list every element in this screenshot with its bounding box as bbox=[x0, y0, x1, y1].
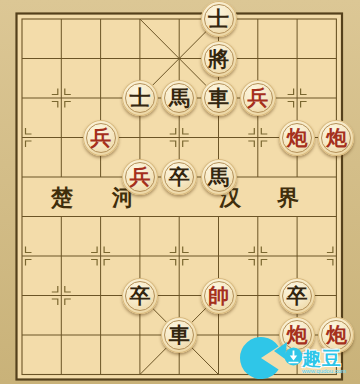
piece-glyph: 馬 bbox=[169, 80, 190, 116]
watermark: 趣豆 www.qudou.com bbox=[233, 329, 360, 384]
piece-black-soldier[interactable]: 卒 bbox=[122, 278, 158, 314]
piece-glyph: 卒 bbox=[287, 278, 308, 314]
piece-glyph: 帥 bbox=[208, 278, 229, 314]
pieces-layer[interactable]: 士將士馬車兵兵炮炮兵卒馬卒帥卒車炮炮 bbox=[2, 0, 356, 384]
piece-red-soldier[interactable]: 兵 bbox=[122, 159, 158, 195]
piece-red-cannon[interactable]: 炮 bbox=[318, 120, 354, 156]
piece-glyph: 將 bbox=[208, 41, 229, 77]
piece-black-advisor[interactable]: 士 bbox=[122, 80, 158, 116]
piece-glyph: 卒 bbox=[169, 159, 190, 195]
piece-red-general[interactable]: 帥 bbox=[201, 278, 237, 314]
xiangqi-board: 楚河 汉界 士將士馬車兵兵炮炮兵卒馬卒帥卒車炮炮 趣豆 www.qudou.co… bbox=[0, 0, 360, 384]
piece-black-soldier[interactable]: 卒 bbox=[161, 159, 197, 195]
piece-glyph: 馬 bbox=[208, 159, 229, 195]
watermark-logo-icon bbox=[233, 329, 305, 384]
piece-red-cannon[interactable]: 炮 bbox=[279, 120, 315, 156]
piece-black-general[interactable]: 將 bbox=[201, 41, 237, 77]
piece-glyph: 兵 bbox=[90, 120, 111, 156]
piece-glyph: 卒 bbox=[129, 278, 150, 314]
piece-glyph: 炮 bbox=[287, 120, 308, 156]
piece-red-soldier[interactable]: 兵 bbox=[240, 80, 276, 116]
piece-glyph: 車 bbox=[169, 317, 190, 353]
piece-black-chariot[interactable]: 車 bbox=[201, 80, 237, 116]
piece-black-horse[interactable]: 馬 bbox=[201, 159, 237, 195]
piece-black-advisor[interactable]: 士 bbox=[201, 1, 237, 37]
piece-glyph: 炮 bbox=[326, 120, 347, 156]
piece-glyph: 兵 bbox=[129, 159, 150, 195]
piece-black-soldier[interactable]: 卒 bbox=[279, 278, 315, 314]
piece-black-horse[interactable]: 馬 bbox=[161, 80, 197, 116]
piece-glyph: 兵 bbox=[247, 80, 268, 116]
piece-red-soldier[interactable]: 兵 bbox=[83, 120, 119, 156]
piece-glyph: 士 bbox=[208, 1, 229, 37]
piece-black-chariot[interactable]: 車 bbox=[161, 317, 197, 353]
watermark-url-text: www.qudou.com bbox=[302, 368, 346, 374]
piece-glyph: 士 bbox=[129, 80, 150, 116]
piece-glyph: 車 bbox=[208, 80, 229, 116]
